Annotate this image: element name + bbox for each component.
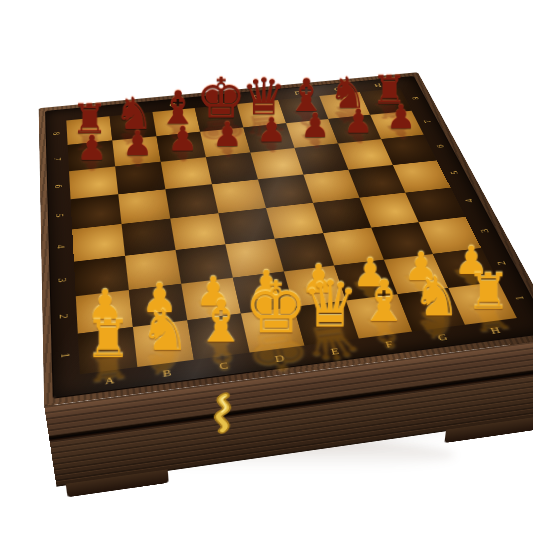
red-pawn-d7[interactable]: ♟	[212, 118, 242, 152]
red-pawn-c7[interactable]: ♟	[168, 122, 198, 156]
product-photo: ABCDEFGH ABCDEFGH 87654321 87654321 ♜♜♞♞…	[0, 0, 533, 533]
box-foot-left	[66, 469, 169, 497]
latch-icon	[206, 390, 242, 435]
yellow-king-d1[interactable]: ♚	[244, 272, 308, 344]
chess-box: ABCDEFGH ABCDEFGH 87654321 87654321 ♜♜♞♞…	[39, 72, 533, 406]
box-foot-right	[444, 417, 533, 444]
latch[interactable]	[206, 390, 242, 435]
square-c4[interactable]	[170, 213, 225, 250]
red-pawn-a7[interactable]: ♟	[77, 131, 108, 165]
yellow-knight-b1[interactable]: ♞	[140, 302, 191, 358]
square-c6[interactable]	[161, 157, 212, 189]
square-f4[interactable]	[313, 198, 371, 233]
yellow-rook-h1[interactable]: ♜	[466, 267, 510, 317]
scene: ABCDEFGH ABCDEFGH 87654321 87654321 ♜♜♞♞…	[0, 0, 533, 533]
yellow-queen-e1[interactable]: ♛	[301, 273, 359, 337]
red-pawn-g7[interactable]: ♟	[344, 105, 374, 138]
square-c1[interactable]: ♝♝	[187, 314, 249, 360]
square-d7[interactable]: ♟♟	[200, 127, 250, 157]
board-frame: ABCDEFGH ABCDEFGH 87654321 87654321 ♜♜♞♞…	[46, 76, 533, 397]
red-pawn-f7[interactable]: ♟	[300, 109, 330, 142]
yellow-bishop-c1[interactable]: ♝	[195, 293, 247, 351]
square-e4[interactable]	[266, 203, 323, 239]
square-d1[interactable]: ♚♚	[241, 307, 305, 352]
square-b1[interactable]: ♞♞	[133, 320, 194, 367]
yellow-knight-g1[interactable]: ♞	[412, 269, 461, 323]
square-f5[interactable]	[303, 170, 359, 203]
square-e5[interactable]	[258, 175, 313, 208]
red-pawn-b7[interactable]: ♟	[122, 127, 153, 161]
square-d5[interactable]	[212, 179, 266, 213]
square-c5[interactable]	[165, 184, 218, 218]
square-a1[interactable]: ♜♜	[78, 327, 138, 374]
yellow-bishop-f1[interactable]: ♝	[358, 273, 409, 330]
red-pawn-e7[interactable]: ♟	[257, 114, 287, 147]
yellow-rook-a1[interactable]: ♜	[85, 313, 132, 365]
